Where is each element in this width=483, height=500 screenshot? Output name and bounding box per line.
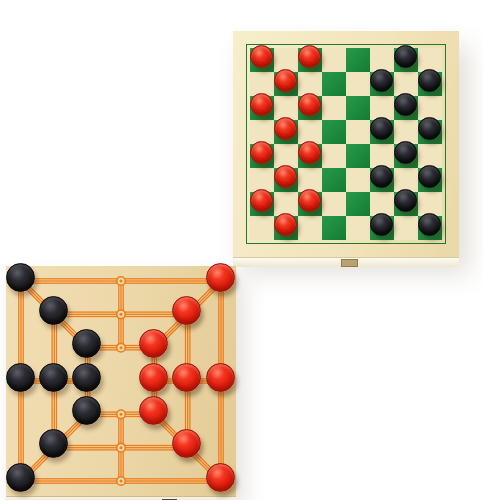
black-morris-piece-m-nw[interactable] [39,296,68,325]
black-checker-r8c6[interactable] [370,213,393,236]
red-checker-r4c2[interactable] [274,117,297,140]
red-morris-piece-m-se[interactable] [172,429,201,458]
red-morris-piece-o-ne[interactable] [206,263,235,292]
black-morris-piece-i-sw[interactable] [72,396,101,425]
black-checker-r1c7[interactable] [394,45,417,68]
black-morris-piece-i-w[interactable] [72,363,101,392]
black-checker-r4c8[interactable] [418,117,441,140]
red-checker-r2c2[interactable] [274,69,297,92]
red-morris-piece-o-e[interactable] [206,363,235,392]
black-checker-r6c8[interactable] [418,165,441,188]
black-morris-piece-m-w[interactable] [39,363,68,392]
red-checker-r1c1[interactable] [250,45,273,68]
checkers-box-notch [341,259,358,267]
black-morris-piece-m-sw[interactable] [39,429,68,458]
red-morris-piece-i-e[interactable] [139,363,168,392]
trilha-board [21,281,221,481]
red-checker-r3c3[interactable] [298,93,321,116]
checkers-box-side [233,257,459,267]
black-checker-r7c7[interactable] [394,189,417,212]
red-checker-r7c1[interactable] [250,189,273,212]
black-morris-piece-o-nw[interactable] [6,263,35,292]
black-checker-r3c7[interactable] [394,93,417,116]
red-morris-piece-i-ne[interactable] [139,329,168,358]
red-checker-r5c3[interactable] [298,141,321,164]
red-checker-r6c2[interactable] [274,165,297,188]
red-checker-r8c2[interactable] [274,213,297,236]
red-checker-r3c1[interactable] [250,93,273,116]
red-checker-r5c1[interactable] [250,141,273,164]
black-morris-piece-o-w[interactable] [6,363,35,392]
black-checker-r8c8[interactable] [418,213,441,236]
black-checker-r2c6[interactable] [370,69,393,92]
red-morris-piece-m-ne[interactable] [172,296,201,325]
red-morris-piece-m-e[interactable] [172,363,201,392]
checkers-pieces-layer [250,48,442,240]
black-checker-r5c7[interactable] [394,141,417,164]
morris-pieces-layer [21,281,221,481]
black-morris-piece-i-nw[interactable] [72,329,101,358]
red-checker-r7c3[interactable] [298,189,321,212]
black-checker-r6c6[interactable] [370,165,393,188]
trilha-box-side [6,496,236,500]
black-checker-r4c6[interactable] [370,117,393,140]
checkers-board [246,44,446,244]
black-checker-r2c8[interactable] [418,69,441,92]
black-morris-piece-o-sw[interactable] [6,463,35,492]
red-morris-piece-i-se[interactable] [139,396,168,425]
red-checker-r1c3[interactable] [298,45,321,68]
red-morris-piece-o-se[interactable] [206,463,235,492]
